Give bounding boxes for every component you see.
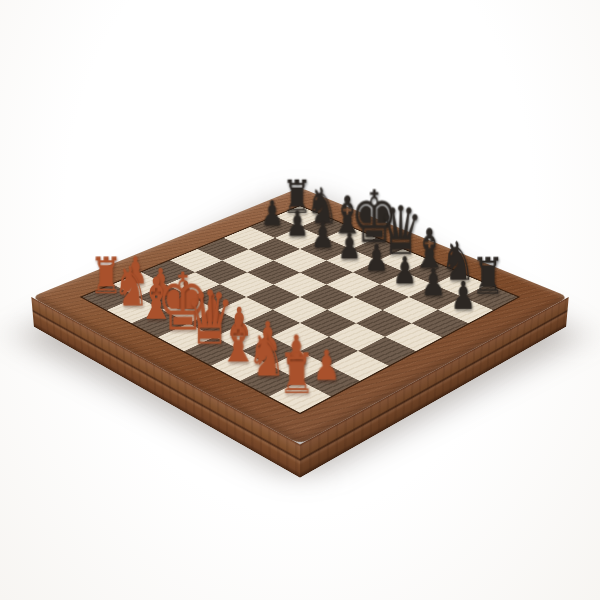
black-pawn-glyph: ♟ bbox=[450, 276, 476, 315]
red-pawn-glyph: ♟ bbox=[312, 344, 340, 386]
black-pawn-glyph: ♟ bbox=[420, 263, 445, 301]
chess-scene: ♜♞♝♚♛♝♞♜♟♟♟♟♟♟♟♟♟♟♟♟♟♟♟♟♜♞♝♚♛♝♞♜ bbox=[0, 0, 600, 600]
red-rook-glyph: ♜ bbox=[278, 346, 315, 402]
chess-board: ♜♞♝♚♛♝♞♜♟♟♟♟♟♟♟♟♟♟♟♟♟♟♟♟♜♞♝♚♛♝♞♜ bbox=[31, 188, 568, 445]
